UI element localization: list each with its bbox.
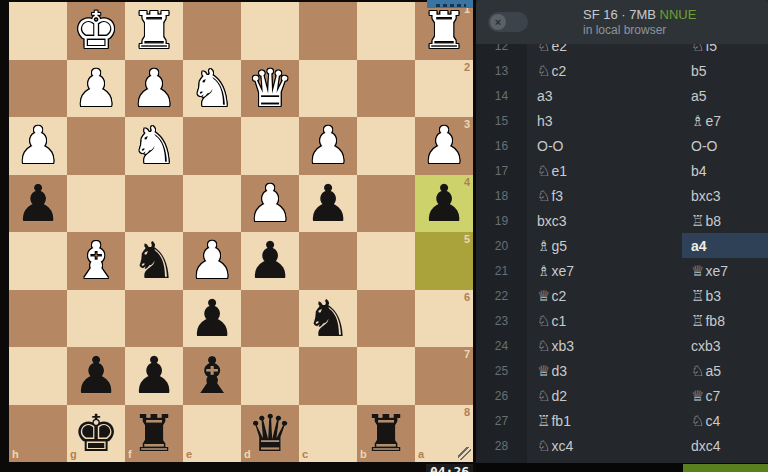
- piece-white-pawn-d4[interactable]: ♟: [241, 175, 299, 233]
- square-g3[interactable]: [67, 117, 125, 175]
- square-c1[interactable]: [299, 2, 357, 60]
- move-21-white[interactable]: ♗xe7: [527, 258, 682, 283]
- square-f3[interactable]: ♞: [125, 117, 183, 175]
- square-f7[interactable]: ♟: [125, 347, 183, 405]
- move-list[interactable]: 12♘e2♘f513♘c2b514a3a515h3♗e716O-OO-O17♘e…: [476, 44, 768, 463]
- figurine-icon: ♘: [691, 412, 704, 430]
- square-d1[interactable]: [241, 2, 299, 60]
- piece-black-pawn-d5[interactable]: ♟: [241, 232, 299, 290]
- move-26-white[interactable]: ♘d2: [527, 383, 682, 408]
- piece-black-knight-c6[interactable]: ♞: [299, 290, 357, 348]
- piece-black-knight-f5[interactable]: ♞: [125, 232, 183, 290]
- square-a4[interactable]: 4♟: [415, 175, 473, 233]
- square-g1[interactable]: ♚: [67, 2, 125, 60]
- figurine-icon: ♗: [537, 237, 550, 255]
- square-e7[interactable]: ♝: [183, 347, 241, 405]
- piece-white-pawn-c3[interactable]: ♟: [299, 117, 357, 175]
- figurine-icon: ♘: [537, 312, 550, 330]
- piece-white-bishop-g5[interactable]: ♝: [67, 232, 125, 290]
- move-18-black[interactable]: bxc3: [682, 183, 768, 208]
- chess-board-area: ♚♜1♜♟♟♞♛2♟♞♟3♟♟♟♟4♟♝♞♟♟5♟♞6♟♟♝7hg♚f♜ed♛c…: [9, 2, 473, 462]
- square-b1[interactable]: [357, 2, 415, 60]
- move-23-white[interactable]: ♘c1: [527, 308, 682, 333]
- square-g2[interactable]: ♟: [67, 60, 125, 118]
- square-d7[interactable]: [241, 347, 299, 405]
- piece-white-pawn-g2[interactable]: ♟: [67, 60, 125, 118]
- square-h2[interactable]: [9, 60, 67, 118]
- top-clock-digits-clipped: [436, 4, 466, 7]
- move-row-19: 19bxc3♖b8: [476, 208, 768, 233]
- square-h8[interactable]: h: [9, 405, 67, 463]
- engine-panel: × SF 16 · 7MB NNUE in local browser 12♘e…: [476, 0, 768, 463]
- move-list-inner: 12♘e2♘f513♘c2b514a3a515h3♗e716O-OO-O17♘e…: [476, 44, 768, 463]
- figurine-icon: ♘: [537, 387, 550, 405]
- square-a7[interactable]: 7: [415, 347, 473, 405]
- move-28-black[interactable]: dxc4: [682, 433, 768, 458]
- square-c7[interactable]: [299, 347, 357, 405]
- move-number: 19: [476, 208, 527, 233]
- move-25-black[interactable]: ♘a5: [682, 358, 768, 383]
- move-17-white[interactable]: ♘e1: [527, 158, 682, 183]
- chess-board: ♚♜1♜♟♟♞♛2♟♞♟3♟♟♟♟4♟♝♞♟♟5♟♞6♟♟♝7hg♚f♜ed♛c…: [9, 2, 473, 462]
- square-a2[interactable]: 2: [415, 60, 473, 118]
- piece-white-knight-e2[interactable]: ♞: [183, 60, 241, 118]
- square-h7[interactable]: [9, 347, 67, 405]
- top-clock-clipped: [427, 0, 473, 8]
- engine-info: SF 16 · 7MB NNUE in local browser: [583, 6, 696, 38]
- move-number: 15: [476, 108, 527, 133]
- square-g4[interactable]: [67, 175, 125, 233]
- square-g5[interactable]: ♝: [67, 232, 125, 290]
- figurine-icon: ♕: [691, 387, 704, 405]
- square-b3[interactable]: [357, 117, 415, 175]
- figurine-icon: ♖: [691, 212, 704, 230]
- move-24-black[interactable]: cxb3: [682, 333, 768, 358]
- move-27-white[interactable]: ♖fb1: [527, 408, 682, 433]
- engine-toggle[interactable]: ×: [488, 12, 528, 32]
- figurine-icon: ♕: [691, 262, 704, 280]
- piece-black-pawn-a4[interactable]: ♟: [415, 175, 473, 233]
- square-c6[interactable]: ♞: [299, 290, 357, 348]
- move-row-24: 24♘xb3cxb3: [476, 333, 768, 358]
- move-row-23: 23♘c1♖fb8: [476, 308, 768, 333]
- piece-black-king-g8[interactable]: ♚: [67, 405, 125, 463]
- file-label-e: e: [186, 449, 192, 460]
- move-20-black[interactable]: a4: [682, 233, 768, 258]
- move-number: 13: [476, 58, 527, 83]
- move-12-white[interactable]: ♘e2: [527, 44, 682, 58]
- move-row-22: 22♕c2♖b3: [476, 283, 768, 308]
- move-15-black[interactable]: ♗e7: [682, 108, 768, 133]
- move-19-white[interactable]: bxc3: [527, 208, 682, 233]
- move-22-white[interactable]: ♕c2: [527, 283, 682, 308]
- piece-white-rook-a1[interactable]: ♜: [415, 2, 473, 60]
- square-c4[interactable]: ♟: [299, 175, 357, 233]
- square-e2[interactable]: ♞: [183, 60, 241, 118]
- bottom-clock: 04:26: [426, 464, 473, 472]
- move-28-white[interactable]: ♘xc4: [527, 433, 682, 458]
- square-d8[interactable]: d♛: [241, 405, 299, 463]
- toggle-off-icon: ×: [490, 14, 506, 30]
- piece-black-pawn-g7[interactable]: ♟: [67, 347, 125, 405]
- figurine-icon: ♖: [691, 287, 704, 305]
- move-row-13: 13♘c2b5: [476, 58, 768, 83]
- figurine-icon: ♘: [537, 187, 550, 205]
- move-16-white[interactable]: O-O: [527, 133, 682, 158]
- bottom-clock-time: 04:26: [426, 465, 473, 472]
- figurine-icon: ♖: [691, 312, 704, 330]
- engine-subtitle: in local browser: [583, 23, 696, 38]
- move-number: 24: [476, 333, 527, 358]
- move-23-black[interactable]: ♖fb8: [682, 308, 768, 333]
- piece-white-pawn-h3[interactable]: ♟: [9, 117, 67, 175]
- figurine-icon: ♗: [691, 112, 704, 130]
- piece-black-pawn-f7[interactable]: ♟: [125, 347, 183, 405]
- square-g7[interactable]: ♟: [67, 347, 125, 405]
- move-19-black[interactable]: ♖b8: [682, 208, 768, 233]
- move-13-white[interactable]: ♘c2: [527, 58, 682, 83]
- square-h3[interactable]: ♟: [9, 117, 67, 175]
- square-e3[interactable]: [183, 117, 241, 175]
- square-a8[interactable]: 8a: [415, 405, 473, 463]
- piece-white-pawn-a3[interactable]: ♟: [415, 117, 473, 175]
- square-c8[interactable]: c: [299, 405, 357, 463]
- piece-white-pawn-f2[interactable]: ♟: [125, 60, 183, 118]
- piece-black-pawn-h4[interactable]: ♟: [9, 175, 67, 233]
- square-f5[interactable]: ♞: [125, 232, 183, 290]
- square-b5[interactable]: [357, 232, 415, 290]
- move-row-15: 15h3♗e7: [476, 108, 768, 133]
- file-label-h: h: [12, 449, 19, 460]
- move-row-26: 26♘d2♕c7: [476, 383, 768, 408]
- move-row-17: 17♘e1b4: [476, 158, 768, 183]
- square-h5[interactable]: [9, 232, 67, 290]
- move-row-20: 20♗g5a4: [476, 233, 768, 258]
- square-f6[interactable]: [125, 290, 183, 348]
- square-d5[interactable]: ♟: [241, 232, 299, 290]
- piece-black-pawn-c4[interactable]: ♟: [299, 175, 357, 233]
- move-22-black[interactable]: ♖b3: [682, 283, 768, 308]
- figurine-icon: ♘: [537, 162, 550, 180]
- square-a3[interactable]: 3♟: [415, 117, 473, 175]
- move-number: 20: [476, 233, 527, 258]
- piece-black-pawn-e6[interactable]: ♟: [183, 290, 241, 348]
- square-f2[interactable]: ♟: [125, 60, 183, 118]
- square-f1[interactable]: ♜: [125, 2, 183, 60]
- square-d2[interactable]: ♛: [241, 60, 299, 118]
- green-action-bar-clipped[interactable]: [683, 464, 768, 472]
- piece-white-queen-d2[interactable]: ♛: [241, 60, 299, 118]
- piece-black-queen-d8[interactable]: ♛: [241, 405, 299, 463]
- move-number: 28: [476, 433, 527, 458]
- square-h6[interactable]: [9, 290, 67, 348]
- piece-white-pawn-e5[interactable]: ♟: [183, 232, 241, 290]
- square-a6[interactable]: 6: [415, 290, 473, 348]
- figurine-icon: ♖: [537, 412, 550, 430]
- move-row-16: 16O-OO-O: [476, 133, 768, 158]
- square-a5[interactable]: 5: [415, 232, 473, 290]
- rank-label-8: 8: [464, 407, 470, 418]
- square-d3[interactable]: [241, 117, 299, 175]
- move-13-black[interactable]: b5: [682, 58, 768, 83]
- square-b7[interactable]: [357, 347, 415, 405]
- piece-white-rook-f1[interactable]: ♜: [125, 2, 183, 60]
- file-label-c: c: [302, 449, 308, 460]
- move-row-21: 21♗xe7♕xe7: [476, 258, 768, 283]
- figurine-icon: ♘: [691, 44, 704, 55]
- move-number: 21: [476, 258, 527, 283]
- move-18-white[interactable]: ♘f3: [527, 183, 682, 208]
- piece-black-rook-f8[interactable]: ♜: [125, 405, 183, 463]
- rank-label-7: 7: [464, 349, 470, 360]
- piece-black-bishop-e7[interactable]: ♝: [183, 347, 241, 405]
- square-b4[interactable]: [357, 175, 415, 233]
- move-14-black[interactable]: a5: [682, 83, 768, 108]
- move-16-black[interactable]: O-O: [682, 133, 768, 158]
- figurine-icon: ♘: [691, 362, 704, 380]
- square-c5[interactable]: [299, 232, 357, 290]
- move-row-25: 25♕d3♘a5: [476, 358, 768, 383]
- square-b2[interactable]: [357, 60, 415, 118]
- move-25-white[interactable]: ♕d3: [527, 358, 682, 383]
- engine-header: × SF 16 · 7MB NNUE in local browser: [476, 0, 768, 44]
- figurine-icon: ♗: [537, 262, 550, 280]
- square-e4[interactable]: [183, 175, 241, 233]
- figurine-icon: ♘: [537, 62, 550, 80]
- square-f4[interactable]: [125, 175, 183, 233]
- engine-title: SF 16 · 7MB NNUE: [583, 6, 696, 23]
- file-label-a: a: [418, 449, 424, 460]
- engine-name: SF 16 · 7MB: [583, 7, 656, 22]
- rank-label-2: 2: [464, 62, 470, 73]
- piece-black-rook-b8[interactable]: ♜: [357, 405, 415, 463]
- move-20-white[interactable]: ♗g5: [527, 233, 682, 258]
- move-12-black[interactable]: ♘f5: [682, 44, 768, 58]
- engine-nnue-label: NNUE: [660, 7, 697, 22]
- move-number: 14: [476, 83, 527, 108]
- square-e5[interactable]: ♟: [183, 232, 241, 290]
- move-row-27: 27♖fb1♘c4: [476, 408, 768, 433]
- square-f8[interactable]: f♜: [125, 405, 183, 463]
- move-27-black[interactable]: ♘c4: [682, 408, 768, 433]
- square-e1[interactable]: [183, 2, 241, 60]
- move-row-14: 14a3a5: [476, 83, 768, 108]
- square-h4[interactable]: ♟: [9, 175, 67, 233]
- figurine-icon: ♕: [537, 362, 550, 380]
- move-number: 16: [476, 133, 527, 158]
- move-number: 17: [476, 158, 527, 183]
- square-c2[interactable]: [299, 60, 357, 118]
- square-g6[interactable]: [67, 290, 125, 348]
- move-17-black[interactable]: b4: [682, 158, 768, 183]
- move-number: 22: [476, 283, 527, 308]
- square-d4[interactable]: ♟: [241, 175, 299, 233]
- square-d6[interactable]: [241, 290, 299, 348]
- move-14-white[interactable]: a3: [527, 83, 682, 108]
- square-h1[interactable]: [9, 2, 67, 60]
- square-e6[interactable]: ♟: [183, 290, 241, 348]
- move-26-black[interactable]: ♕c7: [682, 383, 768, 408]
- rank-label-5: 5: [464, 234, 470, 245]
- figurine-icon: ♘: [537, 44, 550, 55]
- move-number: 27: [476, 408, 527, 433]
- move-24-white[interactable]: ♘xb3: [527, 333, 682, 358]
- move-number: 23: [476, 308, 527, 333]
- square-b8[interactable]: b♜: [357, 405, 415, 463]
- move-number: 12: [476, 44, 527, 58]
- figurine-icon: ♘: [537, 437, 550, 455]
- board-resize-handle[interactable]: [458, 447, 471, 460]
- move-number: 26: [476, 383, 527, 408]
- piece-white-king-g1[interactable]: ♚: [67, 2, 125, 60]
- square-g8[interactable]: g♚: [67, 405, 125, 463]
- move-number: 25: [476, 358, 527, 383]
- move-21-black[interactable]: ♕xe7: [682, 258, 768, 283]
- square-c3[interactable]: ♟: [299, 117, 357, 175]
- rank-label-6: 6: [464, 292, 470, 303]
- move-row-12: 12♘e2♘f5: [476, 44, 768, 58]
- move-15-white[interactable]: h3: [527, 108, 682, 133]
- figurine-icon: ♕: [537, 287, 550, 305]
- piece-white-knight-f3[interactable]: ♞: [125, 117, 183, 175]
- move-number: 18: [476, 183, 527, 208]
- square-b6[interactable]: [357, 290, 415, 348]
- move-row-28: 28♘xc4dxc4: [476, 433, 768, 458]
- move-row-18: 18♘f3bxc3: [476, 183, 768, 208]
- square-a1[interactable]: 1♜: [415, 2, 473, 60]
- figurine-icon: ♘: [537, 337, 550, 355]
- square-e8[interactable]: e: [183, 405, 241, 463]
